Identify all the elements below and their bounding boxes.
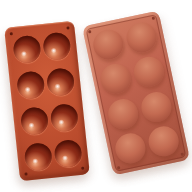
hemisphere-cavity — [15, 70, 45, 100]
hemisphere-dome — [124, 20, 160, 56]
hemisphere-dome — [105, 96, 141, 132]
hemisphere-cavity — [19, 106, 49, 136]
hemisphere-dome — [113, 131, 149, 167]
hemisphere-dome — [131, 54, 167, 90]
cavity-side-mold-grid — [10, 26, 85, 175]
dome-side-mold-grid — [88, 16, 184, 169]
hemisphere-dome — [98, 61, 134, 97]
hemisphere-dome — [139, 89, 175, 125]
hemisphere-dome — [91, 27, 127, 63]
product-photo-scene — [0, 0, 192, 192]
hemisphere-cavity — [41, 31, 71, 61]
dome-side-mold — [82, 11, 190, 176]
hemisphere-dome — [146, 124, 182, 160]
hemisphere-cavity — [23, 141, 53, 171]
hemisphere-cavity — [53, 138, 83, 168]
hemisphere-cavity — [12, 34, 42, 64]
cavity-side-mold — [4, 21, 90, 181]
hemisphere-cavity — [45, 67, 75, 97]
hemisphere-cavity — [49, 102, 79, 132]
